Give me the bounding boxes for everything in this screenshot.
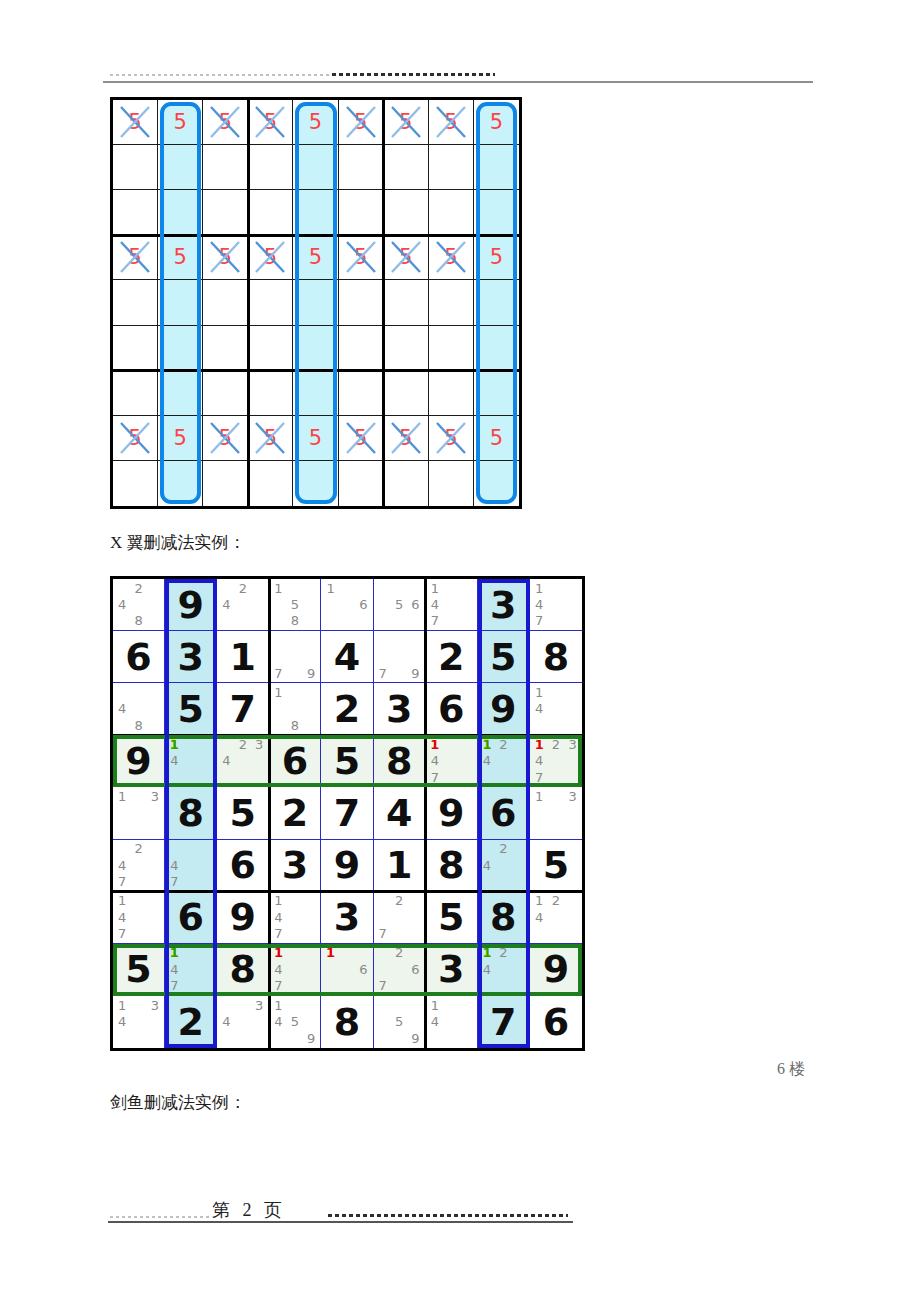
xwing-column-highlight-border [165, 579, 217, 1048]
solved-digit: 2 [269, 787, 320, 838]
empty-candidate-slot [459, 997, 475, 1014]
sudoku-cell-r1c3: 24 [217, 579, 269, 631]
candidate-digit: 3 [251, 997, 267, 1014]
candidate-digit: 4 [114, 1014, 130, 1031]
empty-candidate-slot [130, 925, 146, 941]
empty-candidate-slot [531, 805, 548, 821]
empty-candidate-slot [443, 1014, 459, 1031]
sudoku-cell-r7c3: 9 [217, 892, 269, 944]
diagram-cell-r3c6 [339, 190, 384, 235]
empty-candidate-slot [287, 925, 303, 941]
empty-candidate-slot [130, 1014, 146, 1031]
solved-digit: 8 [530, 631, 582, 682]
empty-candidate-slot [287, 665, 303, 681]
empty-candidate-slot [407, 613, 423, 629]
empty-candidate-slot [147, 580, 163, 596]
candidate-digit: 4 [427, 596, 443, 612]
empty-candidate-slot [391, 997, 407, 1014]
sudoku-cell-r1c7: 147 [426, 579, 478, 631]
elimination-cross-icon [389, 239, 423, 275]
empty-candidate-slot [564, 925, 581, 941]
empty-candidate-slot [114, 717, 130, 733]
diagram-cell-r8c8: 5 [429, 416, 474, 461]
sudoku-cell-r2c3: 1 [217, 631, 269, 683]
empty-candidate-slot [130, 873, 146, 889]
sudoku-cell-r1c9: 147 [530, 579, 582, 631]
header-dashed-rule-light [110, 74, 332, 76]
empty-candidate-slot [303, 684, 319, 700]
diagram-cell-r6c4 [248, 326, 293, 371]
empty-candidate-slot [303, 580, 319, 596]
sudoku-cell-r5c6: 4 [374, 787, 426, 839]
empty-candidate-slot [407, 909, 423, 925]
candidate-digit: 1 [427, 997, 443, 1014]
empty-candidate-slot [130, 701, 146, 717]
candidate-grid: 18 [270, 684, 319, 733]
candidate-digit: 2 [391, 893, 407, 909]
candidate-grid: 124 [531, 893, 581, 942]
solved-digit: 9 [217, 892, 268, 943]
candidate-grid: 16 [322, 580, 371, 629]
sudoku-cell-r7c7: 5 [426, 892, 478, 944]
sudoku-cell-r9c7: 14 [426, 996, 478, 1048]
empty-candidate-slot [407, 648, 423, 664]
diagram-cell-r2c3 [203, 145, 248, 190]
empty-candidate-slot [564, 701, 581, 717]
footer-rule [108, 1221, 573, 1223]
empty-candidate-slot [391, 665, 407, 681]
empty-candidate-slot [375, 909, 391, 925]
diagram-cell-r5c3 [203, 280, 248, 325]
sudoku-cell-r3c1: 48 [113, 683, 165, 735]
candidate-digit: 4 [218, 1014, 234, 1031]
empty-candidate-slot [114, 613, 130, 629]
candidate-digit: 1 [114, 788, 130, 804]
empty-candidate-slot [322, 613, 338, 629]
sudoku-cell-r3c4: 18 [269, 683, 321, 735]
empty-candidate-slot [270, 632, 286, 648]
candidate-digit: 8 [287, 613, 303, 629]
diagram-cell-r8c3: 5 [203, 416, 248, 461]
solved-digit: 6 [530, 996, 582, 1048]
sudoku-cell-r3c9: 14 [530, 683, 582, 735]
solved-digit: 3 [321, 892, 372, 943]
empty-candidate-slot [564, 580, 581, 596]
empty-candidate-slot [147, 841, 163, 857]
sudoku-cell-r7c6: 27 [374, 892, 426, 944]
empty-candidate-slot [531, 717, 548, 733]
candidate-digit: 6 [407, 596, 423, 612]
empty-candidate-slot [235, 613, 251, 629]
solved-digit: 4 [321, 631, 372, 682]
solved-digit: 8 [321, 996, 372, 1048]
empty-candidate-slot [218, 580, 234, 596]
candidate-digit: 4 [114, 857, 130, 873]
empty-candidate-slot [427, 1030, 443, 1047]
empty-candidate-slot [375, 613, 391, 629]
solved-digit: 7 [321, 787, 372, 838]
empty-candidate-slot [459, 1030, 475, 1047]
diagram-cell-r7c7 [384, 371, 429, 416]
candidate-digit: 4 [531, 701, 548, 717]
empty-candidate-slot [130, 857, 146, 873]
candidate-digit: 3 [147, 997, 163, 1014]
empty-candidate-slot [287, 580, 303, 596]
elimination-cross-icon [344, 104, 378, 140]
swordfish-example-label: 剑鱼删减法实例： [110, 1091, 246, 1114]
box-border-line-vertical [382, 100, 385, 506]
empty-candidate-slot [375, 648, 391, 664]
empty-candidate-slot [218, 613, 234, 629]
diagram-cell-r1c3: 5 [203, 100, 248, 145]
sudoku-cell-r6c4: 3 [269, 840, 321, 892]
candidate-grid: 14 [427, 997, 476, 1047]
diagram-cell-r2c8 [429, 145, 474, 190]
diagram-cell-r3c7 [384, 190, 429, 235]
empty-candidate-slot [375, 1014, 391, 1031]
sudoku-cell-r6c5: 9 [321, 840, 373, 892]
empty-candidate-slot [443, 580, 459, 596]
empty-candidate-slot [114, 805, 130, 821]
diagram-cell-r8c4: 5 [248, 416, 293, 461]
candidate-digit: 5 [287, 1014, 303, 1031]
empty-candidate-slot [303, 632, 319, 648]
empty-candidate-slot [235, 1030, 251, 1047]
empty-candidate-slot [391, 632, 407, 648]
empty-candidate-slot [548, 684, 565, 700]
candidate-digit: 9 [303, 665, 319, 681]
swordfish-column-highlight-border [476, 102, 517, 504]
diagram-cell-r1c4: 5 [248, 100, 293, 145]
empty-candidate-slot [147, 613, 163, 629]
solved-digit: 1 [217, 631, 268, 682]
sudoku-cell-r9c1: 134 [113, 996, 165, 1048]
candidate-digit: 7 [375, 925, 391, 941]
empty-candidate-slot [287, 648, 303, 664]
box-border-line-vertical [247, 100, 250, 506]
diagram-cell-r7c4 [248, 371, 293, 416]
diagram-cell-r4c8: 5 [429, 235, 474, 280]
elimination-cross-icon [208, 420, 242, 456]
empty-candidate-slot [407, 580, 423, 596]
solved-digit: 7 [217, 683, 268, 734]
empty-candidate-slot [114, 1030, 130, 1047]
candidate-digit: 3 [564, 788, 581, 804]
empty-candidate-slot [443, 613, 459, 629]
empty-candidate-slot [251, 1030, 267, 1047]
diagram-cell-r8c7: 5 [384, 416, 429, 461]
candidate-digit: 4 [531, 596, 548, 612]
empty-candidate-slot [548, 580, 565, 596]
diagram-cell-r3c8 [429, 190, 474, 235]
candidate-digit: 1 [270, 997, 286, 1014]
page-number: 第 2 页 [212, 1198, 286, 1222]
sudoku-cell-r2c5: 4 [321, 631, 373, 683]
elimination-cross-icon [434, 239, 468, 275]
solved-digit: 5 [530, 840, 582, 891]
xwing-example-label: X 翼删减法实例： [110, 531, 246, 554]
diagram-cell-r5c4 [248, 280, 293, 325]
header-rule [103, 81, 813, 83]
empty-candidate-slot [130, 909, 146, 925]
empty-candidate-slot [375, 596, 391, 612]
empty-candidate-slot [407, 893, 423, 909]
empty-candidate-slot [287, 684, 303, 700]
sudoku-cell-r6c6: 1 [374, 840, 426, 892]
empty-candidate-slot [287, 997, 303, 1014]
diagram-cell-r5c7 [384, 280, 429, 325]
diagram-cell-r1c8: 5 [429, 100, 474, 145]
sudoku-cell-r7c5: 3 [321, 892, 373, 944]
solved-digit: 6 [426, 683, 477, 734]
empty-candidate-slot [303, 1014, 319, 1031]
empty-candidate-slot [147, 701, 163, 717]
elimination-cross-icon [344, 420, 378, 456]
sudoku-cell-r3c6: 3 [374, 683, 426, 735]
empty-candidate-slot [270, 648, 286, 664]
solved-digit: 1 [374, 840, 425, 891]
empty-candidate-slot [391, 613, 407, 629]
empty-candidate-slot [147, 925, 163, 941]
empty-candidate-slot [339, 613, 355, 629]
diagram-cell-r7c1 [113, 371, 158, 416]
diagram-cell-r4c6: 5 [339, 235, 384, 280]
sudoku-cell-r6c7: 8 [426, 840, 478, 892]
candidate-digit: 8 [130, 613, 146, 629]
candidate-digit: 5 [287, 596, 303, 612]
sudoku-cell-r9c5: 8 [321, 996, 373, 1048]
candidate-grid: 147 [114, 893, 163, 942]
empty-candidate-slot [303, 613, 319, 629]
empty-candidate-slot [391, 909, 407, 925]
empty-candidate-slot [130, 1030, 146, 1047]
candidate-digit: 8 [130, 717, 146, 733]
candidate-grid: 56 [375, 580, 424, 629]
diagram-cell-r7c3 [203, 371, 248, 416]
empty-candidate-slot [548, 717, 565, 733]
candidate-digit: 7 [270, 925, 286, 941]
diagram-cell-r1c6: 5 [339, 100, 384, 145]
empty-candidate-slot [147, 1014, 163, 1031]
empty-candidate-slot [147, 684, 163, 700]
candidate-digit: 2 [548, 893, 565, 909]
sudoku-cell-r7c4: 147 [269, 892, 321, 944]
empty-candidate-slot [303, 701, 319, 717]
empty-candidate-slot [564, 717, 581, 733]
empty-candidate-slot [303, 909, 319, 925]
empty-candidate-slot [548, 925, 565, 941]
empty-candidate-slot [130, 596, 146, 612]
diagram-cell-r5c1 [113, 280, 158, 325]
empty-candidate-slot [443, 997, 459, 1014]
diagram-cell-r9c8 [429, 461, 474, 506]
elimination-cross-icon [118, 104, 152, 140]
candidate-digit: 1 [270, 580, 286, 596]
candidate-digit: 9 [407, 665, 423, 681]
empty-candidate-slot [130, 805, 146, 821]
solved-digit: 6 [217, 840, 268, 891]
empty-candidate-slot [375, 997, 391, 1014]
empty-candidate-slot [548, 821, 565, 837]
candidate-digit: 2 [235, 580, 251, 596]
diagram-cell-r3c1 [113, 190, 158, 235]
elimination-cross-icon [389, 420, 423, 456]
empty-candidate-slot [147, 893, 163, 909]
sudoku-cell-r5c5: 7 [321, 787, 373, 839]
sudoku-cell-r2c7: 2 [426, 631, 478, 683]
sudoku-cell-r7c1: 147 [113, 892, 165, 944]
sudoku-cell-r3c3: 7 [217, 683, 269, 735]
diagram-cell-r7c8 [429, 371, 474, 416]
sudoku-cell-r3c7: 6 [426, 683, 478, 735]
candidate-grid: 134 [114, 997, 163, 1047]
elimination-cross-icon [253, 420, 287, 456]
elimination-cross-icon [434, 420, 468, 456]
empty-candidate-slot [114, 684, 130, 700]
empty-candidate-slot [147, 1030, 163, 1047]
candidate-digit: 1 [114, 997, 130, 1014]
solved-digit: 3 [269, 840, 320, 891]
empty-candidate-slot [459, 1014, 475, 1031]
candidate-digit: 7 [375, 665, 391, 681]
candidate-grid: 79 [375, 632, 424, 681]
empty-candidate-slot [218, 1030, 234, 1047]
empty-candidate-slot [270, 717, 286, 733]
sudoku-cell-r6c9: 5 [530, 840, 582, 892]
footer-dashed-rule-light [110, 1216, 210, 1218]
empty-candidate-slot [287, 632, 303, 648]
header-dashed-rule-dark [332, 73, 495, 76]
floor-badge: 6 楼 [777, 1059, 805, 1080]
empty-candidate-slot [303, 648, 319, 664]
candidate-digit: 7 [114, 925, 130, 941]
candidate-digit: 3 [147, 788, 163, 804]
candidate-digit: 1 [270, 684, 286, 700]
diagram-cell-r4c3: 5 [203, 235, 248, 280]
candidate-grid: 48 [114, 684, 163, 733]
candidate-grid: 1459 [270, 997, 319, 1047]
sudoku-cell-r5c3: 5 [217, 787, 269, 839]
candidate-digit: 4 [114, 909, 130, 925]
candidate-digit: 4 [114, 596, 130, 612]
empty-candidate-slot [218, 997, 234, 1014]
sudoku-cell-r3c5: 2 [321, 683, 373, 735]
solved-digit: 8 [426, 840, 477, 891]
empty-candidate-slot [391, 580, 407, 596]
empty-candidate-slot [322, 596, 338, 612]
candidate-digit: 2 [130, 841, 146, 857]
candidate-digit: 7 [531, 613, 548, 629]
solved-digit: 6 [113, 631, 164, 682]
solved-digit: 3 [374, 683, 425, 734]
diagram-cell-r9c6 [339, 461, 384, 506]
empty-candidate-slot [147, 857, 163, 873]
solved-digit: 9 [321, 840, 372, 891]
empty-candidate-slot [355, 613, 371, 629]
candidate-grid: 14 [531, 684, 581, 733]
sudoku-cell-r2c9: 8 [530, 631, 582, 683]
candidate-digit: 4 [218, 596, 234, 612]
solved-digit: 5 [217, 787, 268, 838]
empty-candidate-slot [375, 893, 391, 909]
empty-candidate-slot [251, 596, 267, 612]
diagram-cell-r6c8 [429, 326, 474, 371]
solved-digit: 9 [426, 787, 477, 838]
empty-candidate-slot [147, 821, 163, 837]
empty-candidate-slot [548, 701, 565, 717]
candidate-digit: 8 [287, 717, 303, 733]
candidate-digit: 1 [270, 893, 286, 909]
swordfish-diagram-board: 5 55 5 55 5 [110, 97, 522, 509]
empty-candidate-slot [114, 821, 130, 837]
sudoku-cell-r5c4: 2 [269, 787, 321, 839]
diagram-cell-r1c1: 5 [113, 100, 158, 145]
sudoku-cell-r5c7: 9 [426, 787, 478, 839]
candidate-digit: 7 [270, 665, 286, 681]
empty-candidate-slot [270, 701, 286, 717]
diagram-cell-r4c7: 5 [384, 235, 429, 280]
empty-candidate-slot [251, 580, 267, 596]
candidate-grid: 13 [114, 788, 163, 837]
empty-candidate-slot [235, 997, 251, 1014]
empty-candidate-slot [114, 580, 130, 596]
footer-dashed-rule-dark [328, 1214, 568, 1217]
diagram-cell-r8c6: 5 [339, 416, 384, 461]
empty-candidate-slot [407, 1014, 423, 1031]
empty-candidate-slot [147, 805, 163, 821]
empty-candidate-slot [531, 925, 548, 941]
diagram-cell-r8c1: 5 [113, 416, 158, 461]
elimination-cross-icon [253, 239, 287, 275]
xwing-column-highlight-border [478, 579, 530, 1048]
empty-candidate-slot [459, 580, 475, 596]
diagram-cell-r5c8 [429, 280, 474, 325]
diagram-cell-r3c3 [203, 190, 248, 235]
candidate-grid: 34 [218, 997, 267, 1047]
empty-candidate-slot [287, 909, 303, 925]
empty-candidate-slot [564, 909, 581, 925]
empty-candidate-slot [391, 1030, 407, 1047]
sudoku-cell-r9c6: 59 [374, 996, 426, 1048]
diagram-cell-r9c4 [248, 461, 293, 506]
empty-candidate-slot [355, 580, 371, 596]
empty-candidate-slot [548, 805, 565, 821]
empty-candidate-slot [251, 613, 267, 629]
candidate-digit: 1 [531, 788, 548, 804]
candidate-digit: 7 [114, 873, 130, 889]
sudoku-cell-r1c6: 56 [374, 579, 426, 631]
sudoku-cell-r9c9: 6 [530, 996, 582, 1048]
elimination-cross-icon [208, 239, 242, 275]
empty-candidate-slot [303, 717, 319, 733]
swordfish-column-highlight-border [160, 102, 201, 504]
empty-candidate-slot [459, 596, 475, 612]
candidate-digit: 4 [114, 701, 130, 717]
candidate-grid: 247 [114, 841, 163, 890]
candidate-digit: 1 [531, 893, 548, 909]
empty-candidate-slot [564, 684, 581, 700]
candidate-digit: 1 [531, 580, 548, 596]
candidate-grid: 147 [427, 580, 476, 629]
elimination-cross-icon [118, 420, 152, 456]
document-page: 5 55 5 55 5 [0, 0, 920, 1302]
candidate-digit: 1 [427, 580, 443, 596]
empty-candidate-slot [548, 613, 565, 629]
empty-candidate-slot [459, 613, 475, 629]
sudoku-cell-r5c1: 13 [113, 787, 165, 839]
empty-candidate-slot [443, 596, 459, 612]
solved-digit: 2 [321, 683, 372, 734]
